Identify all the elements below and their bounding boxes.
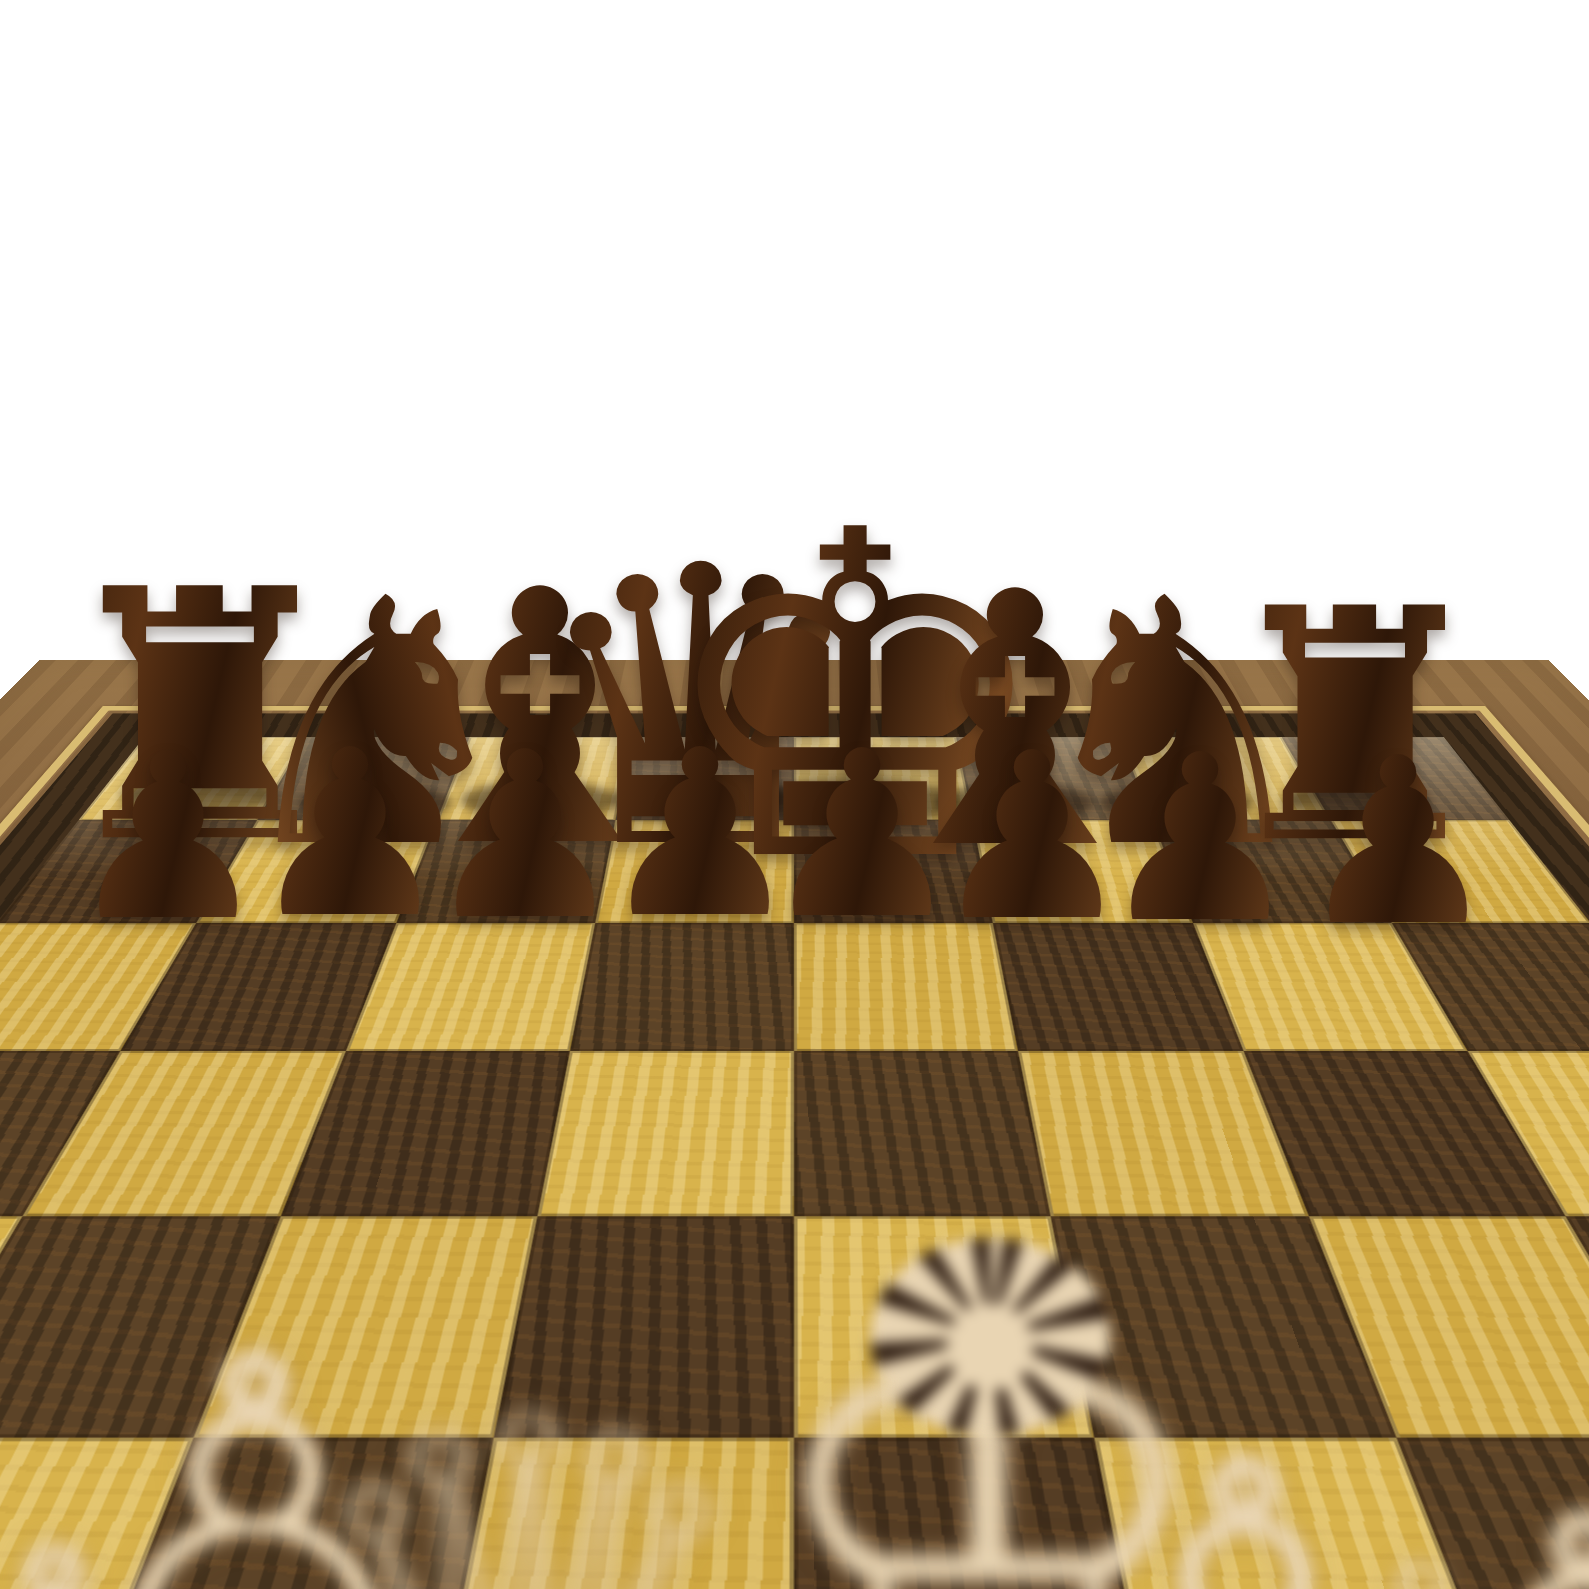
piece-black-pawn-h7[interactable]: ♟ [1148, 728, 1589, 958]
piece-white-pawn-foreground[interactable]: ♙ [1285, 1460, 1589, 1589]
square-e5[interactable] [794, 1051, 1051, 1217]
white-king-notched-crown [870, 1238, 1110, 1436]
square-d5[interactable] [537, 1051, 794, 1217]
photo-stage: ♜♞♝♛♚♝♞♜♟♟♟♟♟♟♟♟♙♙♕♔♙♗♙ [0, 0, 1589, 1589]
